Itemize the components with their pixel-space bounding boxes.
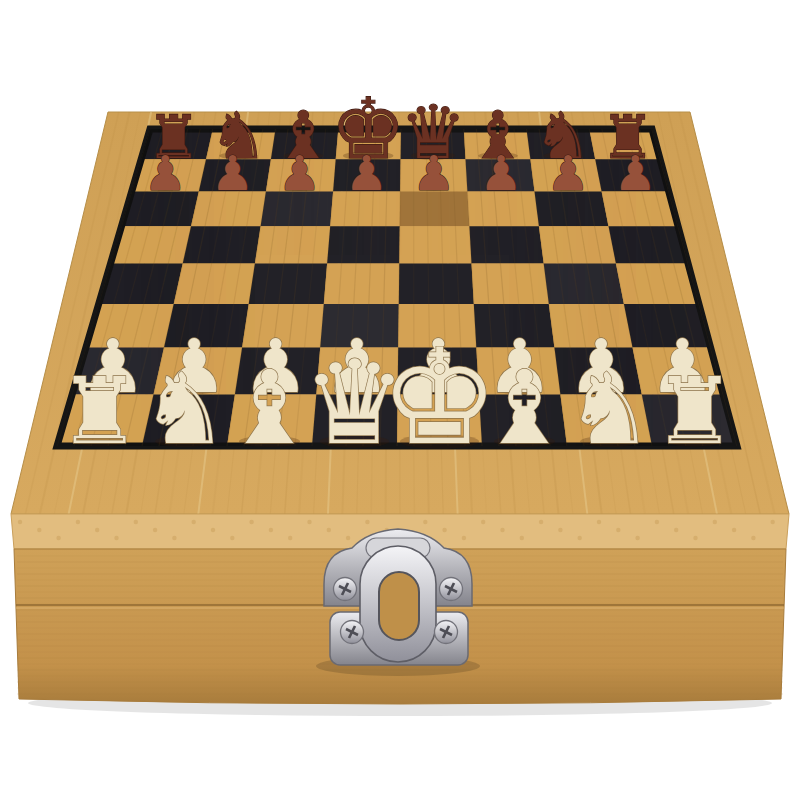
square-e4[interactable]	[399, 264, 474, 304]
piece-white-bishop-c1[interactable]: ♝	[224, 348, 315, 467]
piece-black-pawn-f7[interactable]: ♟	[479, 145, 522, 201]
square-f5[interactable]	[469, 226, 543, 263]
end-grain-speckle	[327, 528, 331, 532]
end-grain-speckle	[520, 536, 524, 540]
square-c4[interactable]	[249, 264, 327, 304]
square-b4[interactable]	[174, 264, 255, 304]
piece-black-pawn-g7[interactable]: ♟	[547, 145, 590, 201]
end-grain-speckle	[751, 536, 755, 540]
end-grain-speckle	[423, 520, 427, 524]
end-grain-speckle	[114, 536, 118, 540]
end-grain-speckle	[635, 536, 639, 540]
piece-white-rook-a1[interactable]: ♜	[58, 358, 140, 465]
end-grain-speckle	[192, 520, 196, 524]
square-d4[interactable]	[324, 264, 400, 304]
end-grain-speckle	[18, 520, 22, 524]
end-grain-speckle	[655, 520, 659, 524]
screw-icon	[341, 621, 364, 644]
piece-white-knight-b1[interactable]: ♞	[141, 352, 229, 466]
end-grain-speckle	[500, 528, 504, 532]
end-grain-speckle	[95, 528, 99, 532]
end-grain-speckle	[674, 528, 678, 532]
chess-set-photo: ♜♞♝♚♛♝♞♜♟♟♟♟♟♟♟♟♟♟♟♟♟♟♟♟♜♞♝♛♚♝♞♜	[0, 0, 800, 800]
end-grain-speckle	[771, 520, 775, 524]
end-grain-speckle	[616, 528, 620, 532]
piece-black-pawn-b7[interactable]: ♟	[211, 145, 254, 201]
end-grain-speckle	[56, 536, 60, 540]
end-grain-speckle	[153, 528, 157, 532]
end-grain-speckle	[442, 528, 446, 532]
end-grain-speckle	[346, 536, 350, 540]
end-grain-speckle	[269, 528, 273, 532]
square-g5[interactable]	[539, 226, 616, 263]
end-grain-speckle	[211, 528, 215, 532]
end-grain-speckle	[37, 528, 41, 532]
end-grain-speckle	[76, 520, 80, 524]
end-grain-speckle	[597, 520, 601, 524]
piece-black-pawn-d7[interactable]: ♟	[345, 145, 388, 201]
screw-icon	[334, 578, 357, 601]
screw-icon	[440, 578, 463, 601]
square-c5[interactable]	[255, 226, 330, 263]
piece-black-pawn-a7[interactable]: ♟	[144, 145, 187, 201]
end-grain-speckle	[462, 536, 466, 540]
piece-black-pawn-e7[interactable]: ♟	[412, 145, 455, 201]
end-grain-speckle	[578, 536, 582, 540]
product-photo: ♜♞♝♚♛♝♞♜♟♟♟♟♟♟♟♟♟♟♟♟♟♟♟♟♜♞♝♛♚♝♞♜	[0, 0, 800, 800]
end-grain-speckle	[172, 536, 176, 540]
end-grain-speckle	[481, 520, 485, 524]
square-b5[interactable]	[183, 226, 261, 263]
square-e5[interactable]	[399, 226, 471, 263]
piece-black-pawn-h7[interactable]: ♟	[614, 145, 657, 201]
end-grain-speckle	[713, 520, 717, 524]
end-grain-speckle	[558, 528, 562, 532]
piece-white-bishop-f1[interactable]: ♝	[479, 348, 570, 467]
end-grain-speckle	[230, 536, 234, 540]
end-grain-speckle	[693, 536, 697, 540]
square-f4[interactable]	[472, 264, 549, 304]
piece-white-knight-g1[interactable]: ♞	[566, 352, 654, 466]
end-grain-speckle	[365, 520, 369, 524]
latch-clasp-hole	[379, 572, 419, 640]
end-grain-speckle	[249, 520, 253, 524]
screw-icon	[435, 621, 458, 644]
end-grain-speckle	[288, 536, 292, 540]
square-d5[interactable]	[327, 226, 400, 263]
end-grain-speckle	[134, 520, 138, 524]
end-grain-speckle	[307, 520, 311, 524]
end-grain-speckle	[732, 528, 736, 532]
piece-black-pawn-c7[interactable]: ♟	[278, 145, 321, 201]
square-g4[interactable]	[544, 264, 624, 304]
metal-latch	[316, 529, 480, 676]
piece-white-rook-h1[interactable]: ♜	[653, 358, 735, 465]
end-grain-speckle	[539, 520, 543, 524]
